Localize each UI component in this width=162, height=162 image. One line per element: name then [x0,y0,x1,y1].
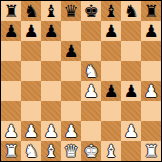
square-h2[interactable] [141,121,161,141]
white-rook-h1: ♜ [143,141,158,161]
square-d5[interactable] [61,61,81,81]
square-c7[interactable]: ♟ [41,21,61,41]
white-knight-b1: ♞ [23,141,38,161]
black-pawn-f7: ♟ [103,21,118,41]
square-d2[interactable]: ♟ [61,121,81,141]
square-a6[interactable] [1,41,21,61]
black-pawn-a7: ♟ [3,21,18,41]
black-pawn-h7: ♟ [143,21,158,41]
square-h5[interactable] [141,61,161,81]
square-b4[interactable] [21,81,41,101]
square-g6[interactable] [121,41,141,61]
black-pawn-d6: ♟ [63,41,78,61]
square-f3[interactable] [101,101,121,121]
square-e7[interactable] [81,21,101,41]
square-a2[interactable]: ♟ [1,121,21,141]
square-c3[interactable] [41,101,61,121]
square-d7[interactable] [61,21,81,41]
square-g5[interactable] [121,61,141,81]
chess-board: ♜♞♝♛♚♝♞♜♟♟♟♟♟♟♞♟♟♟♟♟♟♟♟♟♜♞♝♛♚♝♜ [0,0,162,162]
white-knight-e5: ♞ [83,61,98,81]
square-f6[interactable] [101,41,121,61]
square-a1[interactable]: ♜ [1,141,21,161]
white-rook-a1: ♜ [3,141,18,161]
square-e2[interactable] [81,121,101,141]
square-h6[interactable] [141,41,161,61]
square-e8[interactable]: ♚ [81,1,101,21]
square-c4[interactable] [41,81,61,101]
square-c8[interactable]: ♝ [41,1,61,21]
square-f8[interactable]: ♝ [101,1,121,21]
white-pawn-g2: ♟ [123,121,138,141]
square-g7[interactable] [121,21,141,41]
square-g8[interactable]: ♞ [121,1,141,21]
square-e5[interactable]: ♞ [81,61,101,81]
white-king-e1: ♚ [83,141,98,161]
white-pawn-b2: ♟ [23,121,38,141]
black-knight-b8: ♞ [23,1,38,21]
square-a8[interactable]: ♜ [1,1,21,21]
square-b8[interactable]: ♞ [21,1,41,21]
square-d3[interactable] [61,101,81,121]
square-d8[interactable]: ♛ [61,1,81,21]
square-g3[interactable] [121,101,141,121]
square-e1[interactable]: ♚ [81,141,101,161]
square-a5[interactable] [1,61,21,81]
square-f5[interactable] [101,61,121,81]
square-c2[interactable]: ♟ [41,121,61,141]
black-queen-d8: ♛ [63,1,78,21]
square-b5[interactable] [21,61,41,81]
square-c6[interactable] [41,41,61,61]
black-bishop-f8: ♝ [103,1,118,21]
square-b3[interactable] [21,101,41,121]
square-e6[interactable] [81,41,101,61]
square-h8[interactable]: ♜ [141,1,161,21]
square-g2[interactable]: ♟ [121,121,141,141]
black-bishop-c8: ♝ [43,1,58,21]
square-b7[interactable]: ♟ [21,21,41,41]
square-g1[interactable] [121,141,141,161]
white-bishop-f1: ♝ [103,141,118,161]
white-queen-d1: ♛ [63,141,78,161]
square-f2[interactable] [101,121,121,141]
white-pawn-c2: ♟ [43,121,58,141]
black-knight-g8: ♞ [123,1,138,21]
black-pawn-b7: ♟ [23,21,38,41]
black-king-e8: ♚ [83,1,98,21]
white-pawn-a2: ♟ [3,121,18,141]
square-h4[interactable]: ♟ [141,81,161,101]
square-c5[interactable] [41,61,61,81]
square-d6[interactable]: ♟ [61,41,81,61]
white-pawn-d2: ♟ [63,121,78,141]
square-e4[interactable]: ♟ [81,81,101,101]
black-rook-a8: ♜ [3,1,18,21]
square-f1[interactable]: ♝ [101,141,121,161]
square-c1[interactable]: ♝ [41,141,61,161]
square-h3[interactable] [141,101,161,121]
black-pawn-f4: ♟ [103,81,118,101]
square-f7[interactable]: ♟ [101,21,121,41]
white-bishop-c1: ♝ [43,141,58,161]
square-f4[interactable]: ♟ [101,81,121,101]
square-b6[interactable] [21,41,41,61]
square-a3[interactable] [1,101,21,121]
square-h7[interactable]: ♟ [141,21,161,41]
square-e3[interactable] [81,101,101,121]
square-b1[interactable]: ♞ [21,141,41,161]
black-pawn-c7: ♟ [43,21,58,41]
square-g4[interactable]: ♟ [121,81,141,101]
black-pawn-g4: ♟ [123,81,138,101]
square-d1[interactable]: ♛ [61,141,81,161]
black-rook-h8: ♜ [143,1,158,21]
square-b2[interactable]: ♟ [21,121,41,141]
white-pawn-h4: ♟ [143,81,158,101]
square-h1[interactable]: ♜ [141,141,161,161]
square-a4[interactable] [1,81,21,101]
square-d4[interactable] [61,81,81,101]
square-a7[interactable]: ♟ [1,21,21,41]
white-pawn-e4: ♟ [83,81,98,101]
